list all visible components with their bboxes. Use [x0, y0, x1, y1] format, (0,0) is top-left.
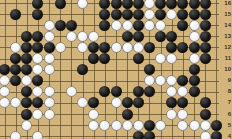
black-stone	[111, 86, 122, 97]
black-stone	[10, 53, 21, 64]
black-stone	[99, 42, 110, 53]
black-stone	[99, 86, 110, 97]
black-stone	[55, 0, 66, 9]
black-stone	[66, 20, 77, 31]
black-stone	[144, 64, 155, 75]
black-stone	[189, 0, 200, 9]
black-stone	[155, 0, 166, 9]
row-label-8: 8	[219, 88, 231, 95]
white-stone	[44, 109, 55, 120]
white-stone	[44, 53, 55, 64]
black-stone	[99, 20, 110, 31]
black-stone	[32, 0, 43, 9]
white-stone	[55, 42, 66, 53]
white-stone	[144, 9, 155, 20]
white-stone	[111, 42, 122, 53]
white-stone	[177, 120, 188, 131]
black-stone	[122, 109, 133, 120]
black-stone	[21, 64, 32, 75]
row-label-12: 12	[219, 44, 231, 51]
black-stone	[32, 97, 43, 108]
black-stone	[32, 75, 43, 86]
black-stone	[189, 64, 200, 75]
black-stone	[155, 31, 166, 42]
white-stone	[189, 53, 200, 64]
black-stone	[200, 31, 211, 42]
black-stone	[77, 64, 88, 75]
black-stone	[189, 42, 200, 53]
black-stone	[88, 97, 99, 108]
white-stone	[122, 20, 133, 31]
white-stone	[166, 9, 177, 20]
black-stone	[55, 20, 66, 31]
black-stone	[144, 131, 155, 139]
black-stone	[21, 53, 32, 64]
black-stone	[32, 31, 43, 42]
row-label-13: 13	[219, 33, 231, 40]
white-stone	[200, 120, 211, 131]
white-stone	[111, 20, 122, 31]
row-label-10: 10	[219, 66, 231, 73]
white-stone	[88, 120, 99, 131]
white-stone	[32, 64, 43, 75]
black-stone	[122, 31, 133, 42]
row-label-5: 5	[219, 122, 231, 129]
row-label-16: 16	[219, 0, 231, 7]
black-stone	[99, 9, 110, 20]
black-stone	[200, 20, 211, 31]
white-stone	[144, 75, 155, 86]
black-stone	[21, 86, 32, 97]
white-stone	[32, 109, 43, 120]
black-stone	[155, 9, 166, 20]
black-stone	[133, 9, 144, 20]
black-stone	[166, 97, 177, 108]
white-stone	[32, 86, 43, 97]
black-stone	[133, 0, 144, 9]
white-stone	[10, 131, 21, 139]
black-stone	[122, 97, 133, 108]
go-board[interactable]: 16151413121110987654	[0, 0, 232, 139]
black-stone	[200, 42, 211, 53]
white-stone	[166, 86, 177, 97]
black-stone	[133, 31, 144, 42]
row-label-15: 15	[219, 11, 231, 18]
white-stone	[21, 75, 32, 86]
black-stone	[88, 53, 99, 64]
black-stone	[10, 64, 21, 75]
black-stone	[0, 64, 10, 75]
black-stone	[200, 97, 211, 108]
black-stone	[122, 0, 133, 9]
white-stone	[77, 42, 88, 53]
white-stone	[144, 0, 155, 9]
black-stone	[21, 31, 32, 42]
row-label-6: 6	[219, 111, 231, 118]
white-stone	[44, 86, 55, 97]
black-stone	[144, 120, 155, 131]
white-stone	[189, 120, 200, 131]
white-stone	[0, 75, 10, 86]
black-stone	[177, 9, 188, 20]
white-stone	[111, 120, 122, 131]
white-stone	[155, 20, 166, 31]
black-stone	[200, 109, 211, 120]
black-stone	[177, 75, 188, 86]
black-stone	[166, 42, 177, 53]
black-stone	[177, 42, 188, 53]
black-stone	[133, 53, 144, 64]
white-stone	[0, 86, 10, 97]
black-stone	[189, 86, 200, 97]
black-stone	[88, 42, 99, 53]
black-stone	[200, 9, 211, 20]
white-stone	[10, 97, 21, 108]
white-stone	[122, 120, 133, 131]
black-stone	[111, 9, 122, 20]
white-stone	[155, 75, 166, 86]
white-stone	[44, 97, 55, 108]
white-stone	[44, 20, 55, 31]
white-stone	[200, 131, 211, 139]
black-stone	[133, 131, 144, 139]
white-stone	[88, 109, 99, 120]
white-stone	[189, 31, 200, 42]
row-label-11: 11	[219, 55, 231, 62]
white-stone	[166, 75, 177, 86]
black-stone	[21, 42, 32, 53]
white-stone	[189, 20, 200, 31]
black-stone	[166, 0, 177, 9]
white-stone	[122, 42, 133, 53]
white-stone	[32, 131, 43, 139]
white-stone	[21, 120, 32, 131]
black-stone	[21, 109, 32, 120]
white-stone	[66, 86, 77, 97]
black-stone	[32, 9, 43, 20]
black-stone	[32, 42, 43, 53]
black-stone	[144, 42, 155, 53]
white-stone	[166, 53, 177, 64]
black-stone	[144, 86, 155, 97]
black-stone	[133, 97, 144, 108]
row-label-4: 4	[219, 133, 231, 139]
white-stone	[0, 97, 10, 108]
black-stone	[10, 75, 21, 86]
black-stone	[21, 97, 32, 108]
black-stone	[177, 97, 188, 108]
black-stone	[166, 31, 177, 42]
black-stone	[177, 20, 188, 31]
black-stone	[99, 53, 110, 64]
white-stone	[155, 120, 166, 131]
row-label-14: 14	[219, 22, 231, 29]
black-stone	[189, 9, 200, 20]
white-stone	[133, 120, 144, 131]
white-stone	[133, 42, 144, 53]
black-stone	[189, 75, 200, 86]
white-stone	[77, 97, 88, 108]
black-stone	[200, 53, 211, 64]
white-stone	[77, 0, 88, 9]
white-stone	[66, 31, 77, 42]
white-stone	[44, 64, 55, 75]
black-stone	[133, 20, 144, 31]
black-stone	[99, 0, 110, 9]
black-stone	[44, 42, 55, 53]
row-label-7: 7	[219, 99, 231, 106]
black-stone	[10, 9, 21, 20]
white-stone	[144, 20, 155, 31]
black-stone	[133, 86, 144, 97]
white-stone	[88, 31, 99, 42]
white-stone	[177, 86, 188, 97]
black-stone	[200, 0, 211, 9]
white-stone	[77, 31, 88, 42]
black-stone	[111, 0, 122, 9]
white-stone	[44, 31, 55, 42]
white-stone	[111, 97, 122, 108]
white-stone	[32, 53, 43, 64]
white-stone	[166, 109, 177, 120]
white-stone	[99, 120, 110, 131]
row-label-9: 9	[219, 77, 231, 84]
white-stone	[10, 42, 21, 53]
white-stone	[155, 53, 166, 64]
white-stone	[177, 109, 188, 120]
black-stone	[177, 0, 188, 9]
black-stone	[122, 9, 133, 20]
